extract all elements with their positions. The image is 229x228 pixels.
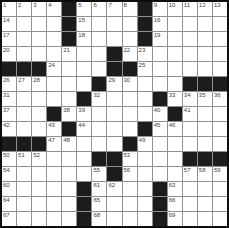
black-cell	[77, 92, 91, 106]
clue-number: 7	[108, 2, 111, 9]
clue-number: 69	[169, 212, 176, 219]
crossword-cell[interactable]	[17, 47, 31, 61]
clue-number: 56	[124, 167, 131, 174]
clue-number: 35	[199, 92, 206, 99]
clue-number: 46	[169, 122, 176, 129]
crossword-cell[interactable]: 34	[183, 92, 197, 106]
crossword-cell[interactable]: 40	[153, 107, 167, 121]
crossword-cell[interactable]	[138, 182, 152, 196]
clue-number: 23	[139, 47, 146, 54]
crossword-cell[interactable]: 26	[2, 77, 16, 91]
crossword-cell[interactable]	[213, 62, 227, 76]
crossword-cell[interactable]	[32, 197, 46, 211]
crossword-cell[interactable]	[138, 77, 152, 91]
crossword-cell[interactable]: 21	[62, 47, 76, 61]
crossword-cell[interactable]	[198, 122, 212, 136]
black-cell	[107, 167, 121, 181]
crossword-cell[interactable]: 15	[77, 17, 91, 31]
crossword-cell[interactable]	[17, 197, 31, 211]
black-cell	[213, 152, 227, 166]
crossword-cell[interactable]: 55	[92, 167, 106, 181]
black-cell	[213, 77, 227, 91]
crossword-cell[interactable]	[47, 182, 61, 196]
crossword-cell[interactable]	[32, 107, 46, 121]
crossword-cell[interactable]	[32, 182, 46, 196]
black-cell	[138, 17, 152, 31]
black-cell	[183, 77, 197, 91]
clue-number: 33	[169, 92, 176, 99]
crossword-cell[interactable]: 64	[2, 197, 16, 211]
crossword-cell[interactable]: 8	[123, 2, 137, 16]
crossword-cell[interactable]	[62, 152, 76, 166]
crossword-cell[interactable]	[138, 92, 152, 106]
crossword-cell[interactable]: 11	[183, 2, 197, 16]
crossword-cell[interactable]	[17, 122, 31, 136]
crossword-cell[interactable]	[47, 17, 61, 31]
crossword-cell[interactable]	[62, 212, 76, 226]
clue-number: 39	[78, 107, 85, 114]
clue-number: 50	[3, 152, 10, 159]
crossword-cell[interactable]	[77, 47, 91, 61]
clue-number: 17	[3, 32, 10, 39]
clue-number: 4	[48, 2, 51, 9]
crossword-cell[interactable]	[92, 137, 106, 151]
crossword-cell[interactable]	[62, 92, 76, 106]
crossword-cell[interactable]	[107, 197, 121, 211]
crossword-cell[interactable]	[198, 32, 212, 46]
crossword-cell[interactable]	[107, 137, 121, 151]
crossword-cell[interactable]	[92, 107, 106, 121]
clue-number: 44	[78, 122, 85, 129]
crossword-cell[interactable]	[168, 167, 182, 181]
clue-number: 55	[93, 167, 100, 174]
crossword-cell[interactable]: 2	[17, 2, 31, 16]
crossword-cell[interactable]	[123, 197, 137, 211]
clue-number: 15	[78, 17, 85, 24]
clue-number: 37	[3, 107, 10, 114]
crossword-cell[interactable]	[168, 47, 182, 61]
crossword-cell[interactable]	[62, 167, 76, 181]
clue-number: 63	[169, 182, 176, 189]
clue-number: 34	[184, 92, 191, 99]
clue-number: 41	[184, 107, 191, 114]
crossword-cell[interactable]: 28	[32, 77, 46, 91]
crossword-cell[interactable]: 33	[168, 92, 182, 106]
crossword-cell[interactable]	[153, 167, 167, 181]
black-cell	[62, 17, 76, 31]
black-cell	[107, 62, 121, 76]
crossword-cell[interactable]	[123, 92, 137, 106]
black-cell	[77, 182, 91, 196]
crossword-cell[interactable]	[47, 47, 61, 61]
clue-number: 3	[33, 2, 36, 9]
crossword-cell[interactable]: 22	[123, 47, 137, 61]
crossword-cell[interactable]	[213, 122, 227, 136]
crossword-cell[interactable]: 38	[62, 107, 76, 121]
crossword-cell[interactable]	[92, 47, 106, 61]
crossword-cell[interactable]	[107, 122, 121, 136]
crossword-cell[interactable]	[77, 62, 91, 76]
crossword-cell[interactable]	[198, 212, 212, 226]
crossword-cell[interactable]	[198, 182, 212, 196]
crossword-cell[interactable]	[198, 47, 212, 61]
clue-number: 36	[214, 92, 221, 99]
crossword-cell[interactable]	[153, 137, 167, 151]
crossword-cell[interactable]	[77, 167, 91, 181]
black-cell	[198, 77, 212, 91]
clue-number: 58	[199, 167, 206, 174]
clue-number: 9	[154, 2, 157, 9]
clue-number: 2	[18, 2, 21, 9]
crossword-cell[interactable]	[183, 62, 197, 76]
crossword-cell[interactable]: 63	[168, 182, 182, 196]
crossword-cell[interactable]	[123, 17, 137, 31]
crossword-cell[interactable]: 4	[47, 2, 61, 16]
crossword-cell[interactable]: 43	[47, 122, 61, 136]
crossword-board: 1234567891011121314151617181920212223242…	[0, 0, 229, 228]
clue-number: 53	[124, 152, 131, 159]
black-cell	[153, 197, 167, 211]
crossword-cell[interactable]	[92, 17, 106, 31]
crossword-cell[interactable]	[213, 182, 227, 196]
clue-number: 38	[63, 107, 70, 114]
crossword-cell[interactable]	[198, 62, 212, 76]
crossword-cell[interactable]: 37	[2, 107, 16, 121]
crossword-cell[interactable]	[47, 197, 61, 211]
crossword-cell[interactable]: 47	[47, 137, 61, 151]
black-cell	[77, 197, 91, 211]
black-cell	[123, 62, 137, 76]
clue-number: 28	[33, 77, 40, 84]
crossword-cell[interactable]	[168, 17, 182, 31]
crossword-cell[interactable]	[198, 107, 212, 121]
crossword-cell[interactable]: 35	[198, 92, 212, 106]
crossword-cell[interactable]: 27	[17, 77, 31, 91]
clue-number: 42	[3, 122, 10, 129]
black-cell	[183, 152, 197, 166]
clue-number: 40	[154, 107, 161, 114]
crossword-cell[interactable]: 67	[2, 212, 16, 226]
crossword-cell[interactable]	[32, 17, 46, 31]
crossword-cell[interactable]: 41	[183, 107, 197, 121]
crossword-cell[interactable]	[183, 47, 197, 61]
crossword-cell[interactable]	[213, 212, 227, 226]
crossword-cell[interactable]	[198, 17, 212, 31]
clue-number: 25	[139, 62, 146, 69]
black-cell	[17, 62, 31, 76]
clue-number: 51	[18, 152, 25, 159]
crossword-cell[interactable]: 31	[2, 92, 16, 106]
crossword-cell[interactable]: 25	[138, 62, 152, 76]
black-cell	[2, 62, 16, 76]
clue-number: 18	[78, 32, 85, 39]
crossword-cell[interactable]	[213, 137, 227, 151]
crossword-cell[interactable]	[17, 32, 31, 46]
black-cell	[138, 32, 152, 46]
crossword-cell[interactable]	[32, 167, 46, 181]
crossword-cell[interactable]	[17, 107, 31, 121]
crossword-cell[interactable]: 65	[92, 197, 106, 211]
crossword-cell[interactable]	[47, 92, 61, 106]
crossword-cell[interactable]	[198, 197, 212, 211]
clue-number: 1	[3, 2, 6, 9]
crossword-cell[interactable]	[213, 47, 227, 61]
crossword-cell[interactable]	[138, 197, 152, 211]
crossword-cell[interactable]	[32, 212, 46, 226]
crossword-cell[interactable]: 69	[168, 212, 182, 226]
crossword-cell[interactable]	[47, 77, 61, 91]
clue-number: 10	[169, 2, 176, 9]
crossword-cell[interactable]: 60	[2, 182, 16, 196]
crossword-cell[interactable]	[183, 197, 197, 211]
crossword-cell[interactable]	[198, 137, 212, 151]
crossword-cell[interactable]: 66	[168, 197, 182, 211]
crossword-cell[interactable]	[123, 212, 137, 226]
crossword-cell[interactable]	[183, 122, 197, 136]
clue-number: 16	[154, 17, 161, 24]
crossword-cell[interactable]: 20	[2, 47, 16, 61]
black-cell	[77, 212, 91, 226]
black-cell	[17, 137, 31, 151]
clue-number: 66	[169, 197, 176, 204]
black-cell	[153, 212, 167, 226]
crossword-cell[interactable]: 36	[213, 92, 227, 106]
clue-number: 27	[18, 77, 25, 84]
crossword-cell[interactable]	[123, 182, 137, 196]
clue-number: 19	[154, 32, 161, 39]
black-cell	[138, 2, 152, 16]
crossword-cell[interactable]	[62, 197, 76, 211]
black-cell	[123, 137, 137, 151]
crossword-cell[interactable]: 39	[77, 107, 91, 121]
crossword-cell[interactable]	[17, 17, 31, 31]
black-cell	[47, 107, 61, 121]
crossword-cell[interactable]: 68	[92, 212, 106, 226]
crossword-cell[interactable]	[168, 32, 182, 46]
crossword-cell[interactable]: 12	[198, 2, 212, 16]
crossword-cell[interactable]: 13	[213, 2, 227, 16]
crossword-cell[interactable]	[92, 62, 106, 76]
crossword-cell[interactable]: 53	[123, 152, 137, 166]
black-cell	[107, 47, 121, 61]
clue-number: 43	[48, 122, 55, 129]
clue-number: 14	[3, 17, 10, 24]
crossword-cell[interactable]	[168, 62, 182, 76]
crossword-cell[interactable]: 3	[32, 2, 46, 16]
clue-number: 22	[124, 47, 131, 54]
crossword-cell[interactable]	[77, 137, 91, 151]
clue-number: 49	[139, 137, 146, 144]
crossword-cell[interactable]: 52	[32, 152, 46, 166]
crossword-puzzle: 1234567891011121314151617181920212223242…	[0, 0, 229, 228]
crossword-cell[interactable]: 62	[107, 182, 121, 196]
crossword-cell[interactable]	[92, 32, 106, 46]
crossword-cell[interactable]: 49	[138, 137, 152, 151]
black-cell	[32, 62, 46, 76]
clue-number: 47	[48, 137, 55, 144]
black-cell	[153, 182, 167, 196]
clue-number: 20	[3, 47, 10, 54]
clue-number: 48	[63, 137, 70, 144]
black-cell	[32, 137, 46, 151]
clue-number: 62	[108, 182, 115, 189]
crossword-cell[interactable]	[213, 197, 227, 211]
crossword-cell[interactable]	[77, 77, 91, 91]
crossword-cell[interactable]	[17, 212, 31, 226]
crossword-cell[interactable]	[47, 152, 61, 166]
crossword-cell[interactable]	[153, 152, 167, 166]
crossword-cell[interactable]	[183, 212, 197, 226]
crossword-cell[interactable]: 50	[2, 152, 16, 166]
black-cell	[62, 2, 76, 16]
crossword-cell[interactable]: 42	[2, 122, 16, 136]
clue-number: 5	[78, 2, 81, 9]
crossword-cell[interactable]	[32, 122, 46, 136]
crossword-cell[interactable]	[138, 167, 152, 181]
crossword-cell[interactable]: 19	[153, 32, 167, 46]
crossword-cell[interactable]	[183, 32, 197, 46]
crossword-cell[interactable]	[183, 17, 197, 31]
black-cell	[2, 137, 16, 151]
black-cell	[198, 152, 212, 166]
black-cell	[107, 152, 121, 166]
crossword-cell[interactable]: 51	[17, 152, 31, 166]
crossword-cell[interactable]	[153, 62, 167, 76]
crossword-cell[interactable]: 32	[92, 92, 106, 106]
crossword-cell[interactable]	[107, 92, 121, 106]
crossword-cell[interactable]	[213, 17, 227, 31]
black-cell	[138, 122, 152, 136]
clue-number: 64	[3, 197, 10, 204]
crossword-cell[interactable]	[123, 107, 137, 121]
clue-number: 29	[108, 77, 115, 84]
crossword-cell[interactable]: 48	[62, 137, 76, 151]
crossword-cell[interactable]: 59	[213, 167, 227, 181]
clue-number: 13	[214, 2, 221, 9]
crossword-cell[interactable]: 57	[183, 167, 197, 181]
crossword-cell[interactable]	[62, 182, 76, 196]
crossword-cell[interactable]	[17, 92, 31, 106]
crossword-cell[interactable]	[107, 107, 121, 121]
crossword-cell[interactable]	[168, 152, 182, 166]
crossword-cell[interactable]	[47, 32, 61, 46]
crossword-cell[interactable]: 46	[168, 122, 182, 136]
crossword-cell[interactable]: 18	[77, 32, 91, 46]
crossword-cell[interactable]: 1	[2, 2, 16, 16]
clue-number: 45	[154, 122, 161, 129]
clue-number: 52	[33, 152, 40, 159]
clue-number: 60	[3, 182, 10, 189]
crossword-cell[interactable]	[213, 107, 227, 121]
crossword-cell[interactable]: 56	[123, 167, 137, 181]
crossword-cell[interactable]: 45	[153, 122, 167, 136]
black-cell	[92, 77, 106, 91]
crossword-cell[interactable]	[138, 152, 152, 166]
crossword-cell[interactable]: 30	[123, 77, 137, 91]
crossword-cell[interactable]: 9	[153, 2, 167, 16]
black-cell	[168, 107, 182, 121]
crossword-cell[interactable]	[62, 62, 76, 76]
clue-number: 11	[184, 2, 190, 9]
crossword-cell[interactable]	[32, 92, 46, 106]
crossword-cell[interactable]	[153, 77, 167, 91]
crossword-cell[interactable]: 17	[2, 32, 16, 46]
crossword-cell[interactable]	[138, 212, 152, 226]
crossword-cell[interactable]	[168, 137, 182, 151]
clue-number: 57	[184, 167, 191, 174]
crossword-cell[interactable]	[17, 182, 31, 196]
crossword-cell[interactable]	[183, 182, 197, 196]
crossword-cell[interactable]	[107, 32, 121, 46]
crossword-cell[interactable]	[32, 32, 46, 46]
clue-number: 67	[3, 212, 10, 219]
crossword-cell[interactable]	[153, 47, 167, 61]
crossword-cell[interactable]	[77, 152, 91, 166]
crossword-cell[interactable]	[92, 122, 106, 136]
crossword-cell[interactable]	[213, 32, 227, 46]
black-cell	[92, 152, 106, 166]
crossword-cell[interactable]: 44	[77, 122, 91, 136]
clue-number: 8	[124, 2, 127, 9]
crossword-cell[interactable]	[123, 122, 137, 136]
clue-number: 12	[199, 2, 206, 9]
crossword-cell[interactable]	[107, 212, 121, 226]
crossword-cell[interactable]	[47, 212, 61, 226]
clue-number: 54	[3, 167, 10, 174]
clue-number: 65	[93, 197, 100, 204]
clue-number: 6	[93, 2, 96, 9]
black-cell	[153, 92, 167, 106]
crossword-cell[interactable]: 61	[92, 182, 106, 196]
crossword-cell[interactable]: 58	[198, 167, 212, 181]
clue-number: 61	[93, 182, 100, 189]
crossword-cell[interactable]: 14	[2, 17, 16, 31]
black-cell	[62, 32, 76, 46]
crossword-cell[interactable]: 6	[92, 2, 106, 16]
clue-number: 30	[124, 77, 131, 84]
crossword-cell[interactable]: 10	[168, 2, 182, 16]
crossword-cell[interactable]: 16	[153, 17, 167, 31]
clue-number: 31	[3, 92, 10, 99]
crossword-cell[interactable]: 54	[2, 167, 16, 181]
crossword-cell[interactable]	[62, 77, 76, 91]
clue-number: 68	[93, 212, 100, 219]
clue-number: 26	[3, 77, 10, 84]
crossword-cell[interactable]: 23	[138, 47, 152, 61]
clue-number: 24	[48, 62, 55, 69]
crossword-cell[interactable]	[138, 107, 152, 121]
crossword-cell[interactable]	[168, 77, 182, 91]
crossword-cell[interactable]: 5	[77, 2, 91, 16]
clue-number: 59	[214, 167, 221, 174]
crossword-cell[interactable]: 7	[107, 2, 121, 16]
crossword-cell[interactable]	[47, 167, 61, 181]
clue-number: 32	[93, 92, 100, 99]
crossword-cell[interactable]	[183, 137, 197, 151]
crossword-cell[interactable]	[123, 32, 137, 46]
crossword-cell[interactable]: 24	[47, 62, 61, 76]
crossword-cell[interactable]	[107, 17, 121, 31]
clue-number: 21	[63, 47, 70, 54]
crossword-cell[interactable]	[17, 167, 31, 181]
black-cell	[62, 122, 76, 136]
crossword-cell[interactable]: 29	[107, 77, 121, 91]
crossword-cell[interactable]	[32, 47, 46, 61]
